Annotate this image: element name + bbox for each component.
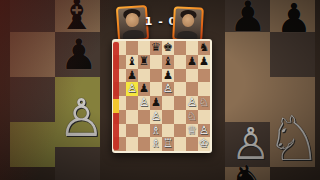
player-photo-left (118, 7, 147, 40)
square-e6[interactable]: ♟ (162, 69, 174, 83)
square-h3[interactable] (198, 110, 210, 124)
black-knight-h8: ♞ (199, 42, 209, 54)
backdrop-square (10, 0, 55, 32)
square-b2[interactable] (126, 124, 138, 138)
player-avatar-right (172, 6, 204, 42)
square-e1[interactable]: ♖ (162, 137, 174, 151)
black-pawn-h7: ♟ (199, 56, 209, 68)
eval-bar (113, 42, 119, 150)
black-bishop-e7: ♝ (163, 56, 173, 68)
square-d8[interactable]: ♛ (150, 41, 162, 55)
square-b5[interactable]: ♙ (126, 82, 138, 96)
square-d4[interactable]: ♟ (150, 96, 162, 110)
square-e2[interactable] (162, 124, 174, 138)
black-pawn-c5: ♟ (139, 83, 149, 95)
square-c3[interactable] (138, 110, 150, 124)
black-king-e8: ♚ (163, 42, 173, 54)
square-c7[interactable]: ♜ (138, 55, 150, 69)
square-c4[interactable]: ♙ (138, 96, 150, 110)
square-c2[interactable] (138, 124, 150, 138)
square-f7[interactable] (174, 55, 186, 69)
square-f5[interactable] (174, 82, 186, 96)
white-pawn-h2: ♙ (199, 125, 209, 137)
square-g1[interactable] (186, 137, 198, 151)
black-pawn-b6: ♟ (127, 70, 137, 82)
square-b7[interactable]: ♝ (126, 55, 138, 69)
backdrop-square (55, 147, 100, 180)
square-e8[interactable]: ♚ (162, 41, 174, 55)
backdrop-square (225, 77, 270, 122)
avatar-face (182, 13, 195, 27)
black-queen-d8: ♛ (151, 42, 161, 54)
square-h7[interactable]: ♟ (198, 55, 210, 69)
white-pawn-d3: ♙ (151, 111, 161, 123)
avatar-face (125, 13, 139, 27)
backdrop-square (10, 77, 55, 122)
square-b6[interactable]: ♟ (126, 69, 138, 83)
square-h1[interactable]: ♔ (198, 137, 210, 151)
eval-bar-yellow-segment (113, 99, 119, 113)
square-b4[interactable] (126, 96, 138, 110)
white-pawn-e5: ♙ (163, 83, 173, 95)
white-knight-h4: ♘ (199, 97, 209, 109)
player-photo-right (174, 8, 202, 39)
square-h5[interactable] (198, 82, 210, 96)
backdrop-black-pawn-icon: ♟ (60, 34, 98, 76)
square-f8[interactable] (174, 41, 186, 55)
square-e4[interactable] (162, 96, 174, 110)
square-h2[interactable]: ♙ (198, 124, 210, 138)
backdrop-square (10, 122, 55, 167)
square-f4[interactable] (174, 96, 186, 110)
white-rook-e1: ♖ (163, 138, 173, 150)
white-bishop-d1: ♗ (151, 138, 161, 150)
white-queen-g2: ♕ (187, 125, 197, 137)
backdrop-square (10, 32, 55, 77)
square-g8[interactable] (186, 41, 198, 55)
backdrop-black-knight-icon: ♞ (228, 160, 267, 180)
square-d7[interactable] (150, 55, 162, 69)
square-f1[interactable] (174, 137, 186, 151)
white-bishop-d2: ♗ (151, 125, 161, 137)
square-e3[interactable] (162, 110, 174, 124)
square-c6[interactable] (138, 69, 150, 83)
backdrop-black-pawn-icon: ♟ (276, 0, 312, 38)
square-c8[interactable] (138, 41, 150, 55)
square-g5[interactable] (186, 82, 198, 96)
square-e7[interactable]: ♝ (162, 55, 174, 69)
square-h8[interactable]: ♞ (198, 41, 210, 55)
black-pawn-g7: ♟ (187, 56, 197, 68)
black-pawn-d4: ♟ (151, 97, 161, 109)
backdrop-white-knight-icon: ♘ (266, 108, 320, 170)
square-b3[interactable] (126, 110, 138, 124)
square-d5[interactable] (150, 82, 162, 96)
white-pawn-g4: ♙ (187, 97, 197, 109)
square-c5[interactable]: ♟ (138, 82, 150, 96)
square-g2[interactable]: ♕ (186, 124, 198, 138)
square-f2[interactable] (174, 124, 186, 138)
white-king-h1: ♔ (199, 138, 209, 150)
backdrop-white-pawn-icon: ♙ (58, 92, 105, 144)
chess-board[interactable]: ♛♚♞♝♜♝♟♟♟♟♙♟♙♙♟♙♘♙♘♗♕♙♗♖♔ (114, 41, 210, 151)
square-f3[interactable] (174, 110, 186, 124)
white-knight-g3: ♘ (187, 111, 197, 123)
video-frame: ♝♟♟♟♙♙♘♞ 1 - 0 ♛♚♞♝♜♝♟♟♟♟♙♟♙♙♟♙♘♙♘♗♕♙♗♖♔ (0, 0, 320, 180)
black-rook-c7: ♜ (139, 56, 149, 68)
board-panel: ♛♚♞♝♜♝♟♟♟♟♙♟♙♙♟♙♘♙♘♗♕♙♗♖♔ (112, 39, 212, 153)
black-bishop-b7: ♝ (127, 56, 137, 68)
square-d6[interactable] (150, 69, 162, 83)
square-b1[interactable] (126, 137, 138, 151)
square-b8[interactable] (126, 41, 138, 55)
square-f6[interactable] (174, 69, 186, 83)
square-d2[interactable]: ♗ (150, 124, 162, 138)
square-g6[interactable] (186, 69, 198, 83)
square-c1[interactable] (138, 137, 150, 151)
white-pawn-b5: ♙ (127, 83, 137, 95)
square-h4[interactable]: ♘ (198, 96, 210, 110)
square-d1[interactable]: ♗ (150, 137, 162, 151)
white-pawn-c4: ♙ (139, 97, 149, 109)
square-d3[interactable]: ♙ (150, 110, 162, 124)
square-g3[interactable]: ♘ (186, 110, 198, 124)
square-g7[interactable]: ♟ (186, 55, 198, 69)
black-pawn-e6: ♟ (163, 70, 173, 82)
square-g4[interactable]: ♙ (186, 96, 198, 110)
backdrop-black-pawn-icon: ♟ (229, 0, 267, 38)
square-h6[interactable] (198, 69, 210, 83)
square-e5[interactable]: ♙ (162, 82, 174, 96)
